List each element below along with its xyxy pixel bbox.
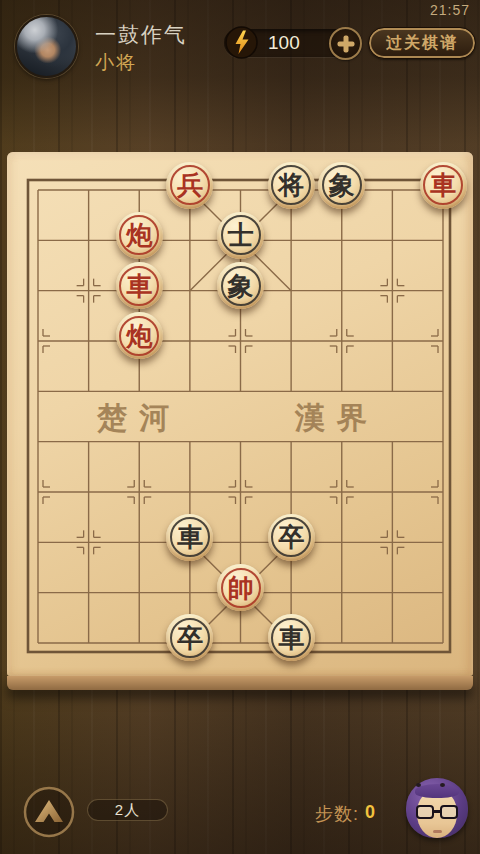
piece-glyph: 帥 xyxy=(228,575,254,601)
piece-glyph: 将 xyxy=(278,172,304,198)
piece-glyph: 車 xyxy=(430,172,456,198)
piece-glyph: 炮 xyxy=(126,323,152,349)
piece-glyph: 卒 xyxy=(177,625,203,651)
piece-象-black[interactable]: 象 xyxy=(318,162,365,209)
river-label-left: 楚河 xyxy=(97,398,181,439)
piece-車-red[interactable]: 車 xyxy=(420,162,467,209)
piece-兵-red[interactable]: 兵 xyxy=(166,162,213,209)
piece-車-black[interactable]: 車 xyxy=(268,614,315,661)
clock: 21:57 xyxy=(430,2,470,18)
avatar-fringe xyxy=(415,784,459,798)
move-counter: 步数: 0 xyxy=(315,802,375,826)
opponent-avatar[interactable] xyxy=(404,778,470,844)
piece-将-black[interactable]: 将 xyxy=(268,162,315,209)
piece-glyph: 兵 xyxy=(177,172,203,198)
piece-炮-red[interactable]: 炮 xyxy=(116,312,163,359)
piece-glyph: 車 xyxy=(126,273,152,299)
chevron-up-icon xyxy=(22,785,76,839)
add-energy-button[interactable] xyxy=(329,27,362,60)
plus-icon xyxy=(331,29,360,58)
move-counter-label: 步数: xyxy=(315,802,359,826)
player-avatar[interactable] xyxy=(15,15,78,78)
piece-象-black[interactable]: 象 xyxy=(217,262,264,309)
piece-glyph: 士 xyxy=(228,222,254,248)
piece-車-red[interactable]: 車 xyxy=(116,262,163,309)
piece-glyph: 象 xyxy=(228,273,254,299)
piece-炮-red[interactable]: 炮 xyxy=(116,212,163,259)
piece-glyph: 象 xyxy=(329,172,355,198)
avatar-eye xyxy=(440,783,445,787)
piece-glyph: 卒 xyxy=(278,524,304,550)
river-label-right: 漢界 xyxy=(295,398,379,439)
piece-車-black[interactable]: 車 xyxy=(166,514,213,561)
energy-value: 100 xyxy=(268,32,300,54)
player-rank: 小将 xyxy=(95,50,137,76)
piece-glyph: 車 xyxy=(278,625,304,651)
xiangqi-board[interactable]: 楚河 漢界 兵将象車炮士車象炮車卒帥卒車 xyxy=(7,152,473,676)
piece-帥-red[interactable]: 帥 xyxy=(217,564,264,611)
lightning-icon xyxy=(225,26,258,59)
move-counter-value: 0 xyxy=(365,802,375,826)
player-name: 一鼓作气 xyxy=(95,21,187,49)
avatar-mouth xyxy=(433,830,442,833)
expand-menu-button[interactable] xyxy=(22,785,76,839)
piece-士-black[interactable]: 士 xyxy=(217,212,264,259)
piece-卒-black[interactable]: 卒 xyxy=(268,514,315,561)
avatar-eye xyxy=(416,783,421,787)
glasses-icon xyxy=(411,805,463,820)
players-count: 2人 xyxy=(115,801,140,820)
piece-glyph: 車 xyxy=(177,524,203,550)
piece-glyph: 炮 xyxy=(126,222,152,248)
puzzle-records-button[interactable]: 过关棋谱 xyxy=(368,27,476,59)
app-screen: 21:57 一鼓作气 小将 100 过关棋谱 楚河 漢界 兵将象車炮士車象炮 xyxy=(0,0,480,854)
players-count-pill[interactable]: 2人 xyxy=(87,799,168,821)
puzzle-records-label: 过关棋谱 xyxy=(386,33,458,54)
